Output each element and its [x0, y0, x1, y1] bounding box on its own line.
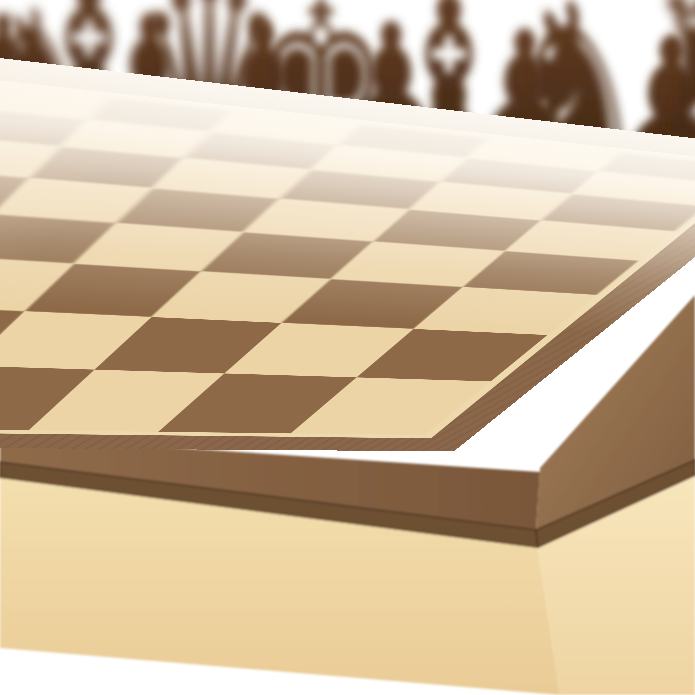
chess-photo-scene: ♟♞♝♟♛♟♚♟♝♟♞♟♜♟♟♝♞♟	[0, 0, 695, 695]
